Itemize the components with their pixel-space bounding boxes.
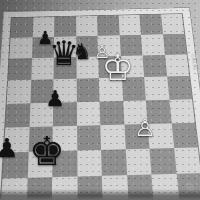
piece-black-queen-c5[interactable]: ♛ <box>49 36 79 70</box>
piece-black-pawn-a2[interactable]: ♟ <box>0 135 19 161</box>
piece-black-king-b1[interactable]: ♚ <box>29 131 65 171</box>
piece-white-pawn-g3[interactable]: ♙ <box>134 116 156 140</box>
chessboard-photo: ♔ abcdefgh CHESS ♟♞♙♛♔♟♙♟♚ <box>0 0 200 200</box>
piece-black-pawn-c4[interactable]: ♟ <box>45 88 65 110</box>
pieces-layer: ♟♞♙♛♔♟♙♟♚ <box>0 0 200 200</box>
piece-white-king-f5[interactable]: ♔ <box>102 50 134 86</box>
